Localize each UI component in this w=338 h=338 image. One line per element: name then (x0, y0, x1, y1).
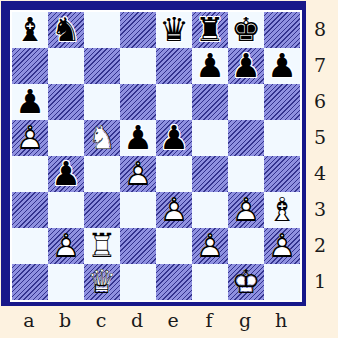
square-d7[interactable] (120, 48, 156, 84)
square-c7[interactable] (84, 48, 120, 84)
square-e1[interactable] (156, 264, 192, 300)
rank-label-4: 4 (304, 155, 336, 191)
square-c4[interactable] (84, 156, 120, 192)
square-a3[interactable] (12, 192, 48, 228)
piece-bP[interactable]: ♟ (192, 48, 228, 84)
piece-glyph-fill: ♜ (192, 12, 228, 48)
square-b1[interactable] (48, 264, 84, 300)
square-c1[interactable]: ♛♕ (84, 264, 120, 300)
file-label-f: f (191, 304, 227, 336)
square-c5[interactable]: ♞♘ (84, 120, 120, 156)
square-h7[interactable]: ♟ (264, 48, 300, 84)
rank-label-7: 7 (304, 47, 336, 83)
square-c8[interactable] (84, 12, 120, 48)
square-f1[interactable] (192, 264, 228, 300)
square-f6[interactable] (192, 84, 228, 120)
square-f5[interactable] (192, 120, 228, 156)
piece-wK[interactable]: ♚♔ (228, 264, 264, 300)
square-f8[interactable]: ♜ (192, 12, 228, 48)
piece-bK[interactable]: ♚ (228, 12, 264, 48)
square-e2[interactable] (156, 228, 192, 264)
piece-glyph-outline: ♙ (12, 120, 48, 156)
board-border: ♝♞♛♜♚♟♟♟♟♟♙♞♘♟♟♟♟♙♟♙♟♙♝♗♟♙♜♖♟♙♟♙♛♕♚♔ (1, 1, 306, 306)
piece-wB[interactable]: ♝♗ (264, 192, 300, 228)
square-g7[interactable]: ♟ (228, 48, 264, 84)
square-f4[interactable] (192, 156, 228, 192)
square-g3[interactable]: ♟♙ (228, 192, 264, 228)
piece-glyph-fill: ♟ (264, 48, 300, 84)
piece-glyph-outline: ♕ (84, 264, 120, 300)
square-f3[interactable] (192, 192, 228, 228)
piece-glyph-fill: ♟ (48, 156, 84, 192)
piece-wQ[interactable]: ♛♕ (84, 264, 120, 300)
square-h2[interactable]: ♟♙ (264, 228, 300, 264)
piece-bP[interactable]: ♟ (12, 84, 48, 120)
piece-bP[interactable]: ♟ (156, 120, 192, 156)
square-h4[interactable] (264, 156, 300, 192)
piece-glyph-fill: ♝ (12, 12, 48, 48)
piece-glyph-fill: ♟ (12, 84, 48, 120)
square-h3[interactable]: ♝♗ (264, 192, 300, 228)
square-h1[interactable] (264, 264, 300, 300)
rank-labels: 8 7 6 5 4 3 2 1 (304, 11, 336, 299)
piece-wP[interactable]: ♟♙ (264, 228, 300, 264)
piece-bB[interactable]: ♝ (12, 12, 48, 48)
rank-label-2: 2 (304, 227, 336, 263)
square-a2[interactable] (12, 228, 48, 264)
square-g6[interactable] (228, 84, 264, 120)
square-e7[interactable] (156, 48, 192, 84)
piece-glyph-outline: ♖ (84, 228, 120, 264)
piece-glyph-fill: ♟ (120, 120, 156, 156)
piece-glyph-fill: ♟ (192, 48, 228, 84)
square-a4[interactable] (12, 156, 48, 192)
piece-glyph-outline: ♙ (264, 228, 300, 264)
square-b7[interactable] (48, 48, 84, 84)
piece-glyph-outline: ♗ (264, 192, 300, 228)
rank-label-5: 5 (304, 119, 336, 155)
square-d2[interactable] (120, 228, 156, 264)
square-d5[interactable]: ♟ (120, 120, 156, 156)
piece-wP[interactable]: ♟♙ (48, 228, 84, 264)
piece-wR[interactable]: ♜♖ (84, 228, 120, 264)
square-b4[interactable]: ♟ (48, 156, 84, 192)
piece-glyph-outline: ♙ (192, 228, 228, 264)
piece-glyph-outline: ♙ (156, 192, 192, 228)
piece-glyph-outline: ♙ (120, 156, 156, 192)
file-label-h: h (263, 304, 299, 336)
square-b8[interactable]: ♞ (48, 12, 84, 48)
square-g5[interactable] (228, 120, 264, 156)
square-b5[interactable] (48, 120, 84, 156)
file-label-e: e (155, 304, 191, 336)
piece-glyph-fill: ♟ (228, 48, 264, 84)
file-label-d: d (119, 304, 155, 336)
rank-label-6: 6 (304, 83, 336, 119)
piece-bN[interactable]: ♞ (48, 12, 84, 48)
rank-label-8: 8 (304, 11, 336, 47)
square-h5[interactable] (264, 120, 300, 156)
piece-bP[interactable]: ♟ (48, 156, 84, 192)
square-f7[interactable]: ♟ (192, 48, 228, 84)
square-b3[interactable] (48, 192, 84, 228)
rank-label-1: 1 (304, 263, 336, 299)
piece-wN[interactable]: ♞♘ (84, 120, 120, 156)
square-a5[interactable]: ♟♙ (12, 120, 48, 156)
square-a1[interactable] (12, 264, 48, 300)
square-b6[interactable] (48, 84, 84, 120)
square-e5[interactable]: ♟ (156, 120, 192, 156)
square-g1[interactable]: ♚♔ (228, 264, 264, 300)
square-a8[interactable]: ♝ (12, 12, 48, 48)
piece-glyph-outline: ♙ (228, 192, 264, 228)
file-labels: a b c d e f g h (11, 304, 299, 336)
piece-bR[interactable]: ♜ (192, 12, 228, 48)
piece-bP[interactable]: ♟ (228, 48, 264, 84)
square-e3[interactable]: ♟♙ (156, 192, 192, 228)
square-h8[interactable] (264, 12, 300, 48)
file-label-g: g (227, 304, 263, 336)
square-d6[interactable] (120, 84, 156, 120)
square-d1[interactable] (120, 264, 156, 300)
square-d3[interactable] (120, 192, 156, 228)
square-b2[interactable]: ♟♙ (48, 228, 84, 264)
square-d8[interactable] (120, 12, 156, 48)
piece-glyph-outline: ♘ (84, 120, 120, 156)
piece-bQ[interactable]: ♛ (156, 12, 192, 48)
square-g8[interactable]: ♚ (228, 12, 264, 48)
square-c3[interactable] (84, 192, 120, 228)
square-a7[interactable] (12, 48, 48, 84)
square-c2[interactable]: ♜♖ (84, 228, 120, 264)
square-e6[interactable] (156, 84, 192, 120)
piece-wP[interactable]: ♟♙ (120, 156, 156, 192)
piece-glyph-fill: ♛ (156, 12, 192, 48)
piece-wP[interactable]: ♟♙ (156, 192, 192, 228)
chess-diagram: ♝♞♛♜♚♟♟♟♟♟♙♞♘♟♟♟♟♙♟♙♟♙♝♗♟♙♜♖♟♙♟♙♛♕♚♔ a b… (0, 0, 338, 338)
square-e8[interactable]: ♛ (156, 12, 192, 48)
file-label-c: c (83, 304, 119, 336)
piece-bP[interactable]: ♟ (120, 120, 156, 156)
square-f2[interactable]: ♟♙ (192, 228, 228, 264)
file-label-a: a (11, 304, 47, 336)
piece-glyph-fill: ♚ (228, 12, 264, 48)
piece-glyph-fill: ♟ (156, 120, 192, 156)
piece-bP[interactable]: ♟ (264, 48, 300, 84)
piece-wP[interactable]: ♟♙ (192, 228, 228, 264)
rank-label-3: 3 (304, 191, 336, 227)
piece-wP[interactable]: ♟♙ (12, 120, 48, 156)
square-h6[interactable] (264, 84, 300, 120)
piece-glyph-outline: ♔ (228, 264, 264, 300)
piece-glyph-fill: ♞ (48, 12, 84, 48)
piece-wP[interactable]: ♟♙ (228, 192, 264, 228)
square-c6[interactable] (84, 84, 120, 120)
square-e4[interactable] (156, 156, 192, 192)
chess-board: ♝♞♛♜♚♟♟♟♟♟♙♞♘♟♟♟♟♙♟♙♟♙♝♗♟♙♜♖♟♙♟♙♛♕♚♔ (12, 12, 300, 300)
square-d4[interactable]: ♟♙ (120, 156, 156, 192)
square-g2[interactable] (228, 228, 264, 264)
file-label-b: b (47, 304, 83, 336)
square-g4[interactable] (228, 156, 264, 192)
square-a6[interactable]: ♟ (12, 84, 48, 120)
piece-glyph-outline: ♙ (48, 228, 84, 264)
